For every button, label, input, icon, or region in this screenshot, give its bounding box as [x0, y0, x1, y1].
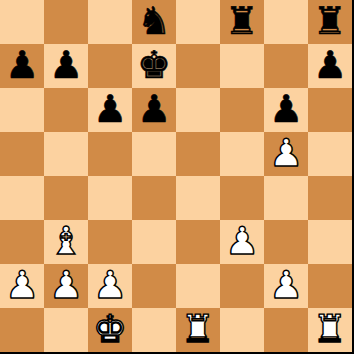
piece-black-pawn[interactable]: ♟ — [313, 43, 347, 87]
square-a3[interactable] — [0, 220, 44, 264]
piece-white-king[interactable]: ♚ — [93, 307, 127, 351]
square-d4[interactable] — [132, 176, 176, 220]
square-d7[interactable]: ♚ — [132, 44, 176, 88]
square-h2[interactable] — [308, 264, 352, 308]
square-d3[interactable] — [132, 220, 176, 264]
piece-white-pawn[interactable]: ♟ — [49, 263, 83, 307]
square-g2[interactable]: ♟ — [264, 264, 308, 308]
square-f8[interactable]: ♜ — [220, 0, 264, 44]
square-c3[interactable] — [88, 220, 132, 264]
square-d2[interactable] — [132, 264, 176, 308]
square-c7[interactable] — [88, 44, 132, 88]
piece-black-pawn[interactable]: ♟ — [93, 87, 127, 131]
square-c2[interactable]: ♟ — [88, 264, 132, 308]
piece-white-pawn[interactable]: ♟ — [269, 263, 303, 307]
piece-black-rook[interactable]: ♜ — [225, 0, 259, 43]
square-a8[interactable] — [0, 0, 44, 44]
piece-white-rook[interactable]: ♜ — [313, 307, 347, 351]
square-c5[interactable] — [88, 132, 132, 176]
piece-black-pawn[interactable]: ♟ — [269, 87, 303, 131]
piece-black-pawn[interactable]: ♟ — [49, 43, 83, 87]
square-g7[interactable] — [264, 44, 308, 88]
square-a7[interactable]: ♟ — [0, 44, 44, 88]
square-b6[interactable] — [44, 88, 88, 132]
square-g3[interactable] — [264, 220, 308, 264]
square-b8[interactable] — [44, 0, 88, 44]
square-f4[interactable] — [220, 176, 264, 220]
square-e7[interactable] — [176, 44, 220, 88]
square-e6[interactable] — [176, 88, 220, 132]
square-h3[interactable] — [308, 220, 352, 264]
piece-black-rook[interactable]: ♜ — [313, 0, 347, 43]
piece-black-pawn[interactable]: ♟ — [137, 87, 171, 131]
square-f3[interactable]: ♟ — [220, 220, 264, 264]
square-f1[interactable] — [220, 308, 264, 352]
square-f6[interactable] — [220, 88, 264, 132]
piece-black-king[interactable]: ♚ — [137, 43, 171, 87]
square-b1[interactable] — [44, 308, 88, 352]
piece-white-pawn[interactable]: ♟ — [225, 219, 259, 263]
square-b7[interactable]: ♟ — [44, 44, 88, 88]
piece-white-pawn[interactable]: ♟ — [269, 131, 303, 175]
square-f7[interactable] — [220, 44, 264, 88]
square-h5[interactable] — [308, 132, 352, 176]
piece-white-pawn[interactable]: ♟ — [93, 263, 127, 307]
square-c6[interactable]: ♟ — [88, 88, 132, 132]
square-a4[interactable] — [0, 176, 44, 220]
square-a1[interactable] — [0, 308, 44, 352]
square-f5[interactable] — [220, 132, 264, 176]
square-h8[interactable]: ♜ — [308, 0, 352, 44]
square-h7[interactable]: ♟ — [308, 44, 352, 88]
square-d8[interactable]: ♞ — [132, 0, 176, 44]
square-b4[interactable] — [44, 176, 88, 220]
piece-white-bishop[interactable]: ♝ — [49, 219, 83, 263]
square-b2[interactable]: ♟ — [44, 264, 88, 308]
piece-white-pawn[interactable]: ♟ — [5, 263, 39, 307]
square-c8[interactable] — [88, 0, 132, 44]
square-d6[interactable]: ♟ — [132, 88, 176, 132]
square-h4[interactable] — [308, 176, 352, 220]
piece-white-rook[interactable]: ♜ — [181, 307, 215, 351]
square-h1[interactable]: ♜ — [308, 308, 352, 352]
square-g4[interactable] — [264, 176, 308, 220]
square-c4[interactable] — [88, 176, 132, 220]
square-e3[interactable] — [176, 220, 220, 264]
square-g1[interactable] — [264, 308, 308, 352]
square-b5[interactable] — [44, 132, 88, 176]
square-a5[interactable] — [0, 132, 44, 176]
square-g5[interactable]: ♟ — [264, 132, 308, 176]
square-d1[interactable] — [132, 308, 176, 352]
square-e4[interactable] — [176, 176, 220, 220]
square-c1[interactable]: ♚ — [88, 308, 132, 352]
square-g8[interactable] — [264, 0, 308, 44]
square-h6[interactable] — [308, 88, 352, 132]
square-d5[interactable] — [132, 132, 176, 176]
piece-black-knight[interactable]: ♞ — [137, 0, 171, 43]
square-e5[interactable] — [176, 132, 220, 176]
square-a2[interactable]: ♟ — [0, 264, 44, 308]
square-f2[interactable] — [220, 264, 264, 308]
square-e2[interactable] — [176, 264, 220, 308]
square-b3[interactable]: ♝ — [44, 220, 88, 264]
square-e8[interactable] — [176, 0, 220, 44]
square-e1[interactable]: ♜ — [176, 308, 220, 352]
square-a6[interactable] — [0, 88, 44, 132]
square-g6[interactable]: ♟ — [264, 88, 308, 132]
piece-black-pawn[interactable]: ♟ — [5, 43, 39, 87]
chessboard: ♞♜♜♟♟♚♟♟♟♟♟♝♟♟♟♟♟♚♜♜ — [0, 0, 354, 354]
